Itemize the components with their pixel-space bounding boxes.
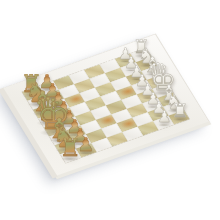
board-squares: [22, 48, 189, 163]
chess-board: [1, 34, 210, 178]
chess-set-photo: ♜♞♝♛♚♝♞♜♟♟♟♟♟♟♟♟♟♟♟♟♟♟♟♟♜♞♝♛♚♝♞♜: [0, 0, 220, 220]
